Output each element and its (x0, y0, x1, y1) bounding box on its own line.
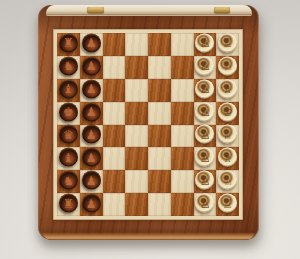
square-e8[interactable]: ♚ (57, 102, 80, 125)
square-c5[interactable] (125, 147, 148, 170)
square-d7[interactable]: ♟ (80, 125, 103, 148)
square-c3[interactable] (171, 147, 194, 170)
square-e2[interactable]: ♙ (194, 102, 217, 125)
piece-white-pawn-d2[interactable]: ♙ (195, 125, 214, 144)
brass-hinge-left-icon (87, 7, 104, 13)
square-f2[interactable]: ♙ (194, 79, 217, 102)
square-b6[interactable] (103, 170, 126, 193)
piece-black-knight-g8[interactable]: ♞ (59, 56, 78, 75)
square-e5[interactable] (125, 102, 148, 125)
piece-white-queen-d1[interactable]: ♕ (218, 125, 237, 144)
square-b3[interactable] (171, 170, 194, 193)
square-f3[interactable] (171, 79, 194, 102)
square-f5[interactable] (125, 79, 148, 102)
square-d8[interactable]: ♛ (57, 125, 80, 148)
square-c1[interactable]: ♗ (216, 147, 239, 170)
square-g7[interactable]: ♟ (80, 56, 103, 79)
square-e7[interactable]: ♟ (80, 102, 103, 125)
piece-white-bishop-c1[interactable]: ♗ (218, 148, 237, 167)
square-b4[interactable] (148, 170, 171, 193)
piece-white-pawn-b2[interactable]: ♙ (195, 171, 214, 190)
piece-white-pawn-h2[interactable]: ♙ (195, 33, 214, 52)
piece-black-rook-h8[interactable]: ♜ (59, 33, 78, 52)
piece-black-pawn-a7[interactable]: ♟ (82, 194, 101, 213)
piece-black-queen-d8[interactable]: ♛ (59, 125, 78, 144)
square-g4[interactable] (148, 56, 171, 79)
square-h2[interactable]: ♙ (194, 33, 217, 56)
piece-white-pawn-f2[interactable]: ♙ (195, 79, 214, 98)
lid-back-edge (46, 5, 252, 15)
piece-black-pawn-c7[interactable]: ♟ (82, 148, 101, 167)
square-e3[interactable] (171, 102, 194, 125)
square-g3[interactable] (171, 56, 194, 79)
square-e6[interactable] (103, 102, 126, 125)
square-e4[interactable] (148, 102, 171, 125)
piece-black-bishop-c8[interactable]: ♝ (59, 148, 78, 167)
board-border: ♜♟♙♖♞♟♙♘♝♟♙♗♚♟♙♔♛♟♙♕♝♟♙♗♞♟♙♘♜♟♙♖ (53, 29, 243, 220)
square-a4[interactable] (148, 193, 171, 216)
square-b1[interactable]: ♘ (216, 170, 239, 193)
square-d1[interactable]: ♕ (216, 125, 239, 148)
square-g1[interactable]: ♘ (216, 56, 239, 79)
square-h4[interactable] (148, 33, 171, 56)
piece-black-pawn-d7[interactable]: ♟ (82, 125, 101, 144)
chess-board: ♜♟♙♖♞♟♙♘♝♟♙♗♚♟♙♔♛♟♙♕♝♟♙♗♞♟♙♘♜♟♙♖ (57, 33, 239, 216)
square-d6[interactable] (103, 125, 126, 148)
piece-black-rook-a8[interactable]: ♜ (59, 194, 78, 213)
square-f7[interactable]: ♟ (80, 79, 103, 102)
square-f8[interactable]: ♝ (57, 79, 80, 102)
piece-white-rook-h1[interactable]: ♖ (218, 33, 237, 52)
square-h6[interactable] (103, 33, 126, 56)
chess-box: ♜♟♙♖♞♟♙♘♝♟♙♗♚♟♙♔♛♟♙♕♝♟♙♗♞♟♙♘♜♟♙♖ (38, 5, 259, 240)
square-h1[interactable]: ♖ (216, 33, 239, 56)
piece-black-pawn-g7[interactable]: ♟ (82, 56, 101, 75)
square-g2[interactable]: ♙ (194, 56, 217, 79)
square-h3[interactable] (171, 33, 194, 56)
piece-white-bishop-f1[interactable]: ♗ (218, 79, 237, 98)
piece-black-pawn-e7[interactable]: ♟ (82, 102, 101, 121)
square-a8[interactable]: ♜ (57, 193, 80, 216)
square-h8[interactable]: ♜ (57, 33, 80, 56)
square-a7[interactable]: ♟ (80, 193, 103, 216)
square-a1[interactable]: ♖ (216, 193, 239, 216)
photo-background: ♜♟♙♖♞♟♙♘♝♟♙♗♚♟♙♔♛♟♙♕♝♟♙♗♞♟♙♘♜♟♙♖ (0, 0, 300, 259)
piece-black-king-e8[interactable]: ♚ (59, 102, 78, 121)
piece-white-knight-g1[interactable]: ♘ (218, 56, 237, 75)
square-a6[interactable] (103, 193, 126, 216)
piece-black-pawn-f7[interactable]: ♟ (82, 79, 101, 98)
piece-black-pawn-h7[interactable]: ♟ (82, 33, 101, 52)
square-a5[interactable] (125, 193, 148, 216)
square-b5[interactable] (125, 170, 148, 193)
square-b2[interactable]: ♙ (194, 170, 217, 193)
piece-white-pawn-e2[interactable]: ♙ (195, 102, 214, 121)
piece-white-rook-a1[interactable]: ♖ (218, 194, 237, 213)
piece-white-pawn-a2[interactable]: ♙ (195, 194, 214, 213)
square-g8[interactable]: ♞ (57, 56, 80, 79)
square-b7[interactable]: ♟ (80, 170, 103, 193)
piece-black-pawn-b7[interactable]: ♟ (82, 171, 101, 190)
square-c7[interactable]: ♟ (80, 147, 103, 170)
square-a3[interactable] (171, 193, 194, 216)
square-f1[interactable]: ♗ (216, 79, 239, 102)
box-front-edge (41, 228, 256, 240)
square-g6[interactable] (103, 56, 126, 79)
square-f6[interactable] (103, 79, 126, 102)
square-c4[interactable] (148, 147, 171, 170)
square-d3[interactable] (171, 125, 194, 148)
square-d2[interactable]: ♙ (194, 125, 217, 148)
brass-hinge-right-icon (214, 7, 230, 13)
square-c8[interactable]: ♝ (57, 147, 80, 170)
square-g5[interactable] (125, 56, 148, 79)
piece-black-bishop-f8[interactable]: ♝ (59, 79, 78, 98)
square-c6[interactable] (103, 147, 126, 170)
square-h7[interactable]: ♟ (80, 33, 103, 56)
square-d4[interactable] (148, 125, 171, 148)
piece-white-pawn-g2[interactable]: ♙ (195, 56, 214, 75)
square-b8[interactable]: ♞ (57, 170, 80, 193)
piece-white-knight-b1[interactable]: ♘ (218, 171, 237, 190)
square-c2[interactable]: ♙ (194, 147, 217, 170)
square-d5[interactable] (125, 125, 148, 148)
square-e1[interactable]: ♔ (216, 102, 239, 125)
piece-black-knight-b8[interactable]: ♞ (59, 171, 78, 190)
square-h5[interactable] (125, 33, 148, 56)
piece-white-pawn-c2[interactable]: ♙ (195, 148, 214, 167)
piece-white-king-e1[interactable]: ♔ (218, 102, 237, 121)
square-a2[interactable]: ♙ (194, 193, 217, 216)
square-f4[interactable] (148, 79, 171, 102)
